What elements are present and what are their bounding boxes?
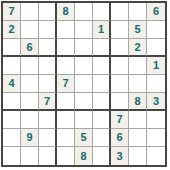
- cell-r8c5[interactable]: 5: [75, 129, 93, 147]
- cell-r7c5[interactable]: [75, 111, 93, 129]
- cell-r1c9[interactable]: 6: [147, 3, 165, 21]
- cell-r8c1[interactable]: [3, 129, 21, 147]
- cell-r6c9[interactable]: 3: [147, 93, 165, 111]
- cell-r5c2[interactable]: [21, 75, 39, 93]
- cell-r4c5[interactable]: [75, 57, 93, 75]
- cell-r6c3[interactable]: 7: [39, 93, 57, 111]
- cell-r4c2[interactable]: [21, 57, 39, 75]
- cell-r6c2[interactable]: [21, 93, 39, 111]
- cell-r2c8[interactable]: 5: [129, 21, 147, 39]
- cell-r8c6[interactable]: [93, 129, 111, 147]
- cell-r8c9[interactable]: [147, 129, 165, 147]
- cell-r1c5[interactable]: [75, 3, 93, 21]
- cell-r7c6[interactable]: [93, 111, 111, 129]
- cell-r4c8[interactable]: [129, 57, 147, 75]
- cell-r2c7[interactable]: [111, 21, 129, 39]
- cell-r4c6[interactable]: [93, 57, 111, 75]
- cell-r9c3[interactable]: [39, 147, 57, 165]
- cell-r7c1[interactable]: [3, 111, 21, 129]
- cell-r9c9[interactable]: [147, 147, 165, 165]
- cell-r4c3[interactable]: [39, 57, 57, 75]
- cell-r7c2[interactable]: [21, 111, 39, 129]
- sudoku-board: 78621562147783795683: [1, 1, 167, 167]
- cell-r8c2[interactable]: 9: [21, 129, 39, 147]
- cell-r9c5[interactable]: 8: [75, 147, 93, 165]
- cell-r8c7[interactable]: 6: [111, 129, 129, 147]
- cell-r6c6[interactable]: [93, 93, 111, 111]
- cell-r7c7[interactable]: 7: [111, 111, 129, 129]
- cell-r2c3[interactable]: [39, 21, 57, 39]
- cell-r3c8[interactable]: 2: [129, 39, 147, 57]
- cell-r3c2[interactable]: 6: [21, 39, 39, 57]
- cell-r6c1[interactable]: [3, 93, 21, 111]
- cell-r2c6[interactable]: 1: [93, 21, 111, 39]
- cell-r8c8[interactable]: [129, 129, 147, 147]
- cell-r9c1[interactable]: [3, 147, 21, 165]
- cell-r5c5[interactable]: [75, 75, 93, 93]
- cell-r2c2[interactable]: [21, 21, 39, 39]
- cell-r7c9[interactable]: [147, 111, 165, 129]
- cell-r9c7[interactable]: 3: [111, 147, 129, 165]
- cell-r1c7[interactable]: [111, 3, 129, 21]
- cell-r3c9[interactable]: [147, 39, 165, 57]
- cell-r5c8[interactable]: [129, 75, 147, 93]
- cell-r6c5[interactable]: [75, 93, 93, 111]
- cell-r4c4[interactable]: [57, 57, 75, 75]
- cell-r9c8[interactable]: [129, 147, 147, 165]
- cell-r5c1[interactable]: 4: [3, 75, 21, 93]
- cell-r3c4[interactable]: [57, 39, 75, 57]
- cell-r6c4[interactable]: [57, 93, 75, 111]
- cell-r9c6[interactable]: [93, 147, 111, 165]
- cell-r5c6[interactable]: [93, 75, 111, 93]
- cell-r4c1[interactable]: [3, 57, 21, 75]
- cell-r1c1[interactable]: 7: [3, 3, 21, 21]
- cell-r5c3[interactable]: [39, 75, 57, 93]
- cell-r2c5[interactable]: [75, 21, 93, 39]
- cell-r9c2[interactable]: [21, 147, 39, 165]
- cell-r1c3[interactable]: [39, 3, 57, 21]
- cell-r3c7[interactable]: [111, 39, 129, 57]
- cell-r6c8[interactable]: 8: [129, 93, 147, 111]
- cell-r1c2[interactable]: [21, 3, 39, 21]
- cell-r1c8[interactable]: [129, 3, 147, 21]
- cell-r8c4[interactable]: [57, 129, 75, 147]
- cell-r3c1[interactable]: [3, 39, 21, 57]
- cell-r3c3[interactable]: [39, 39, 57, 57]
- cell-r5c4[interactable]: 7: [57, 75, 75, 93]
- cell-r4c9[interactable]: 1: [147, 57, 165, 75]
- cell-r2c9[interactable]: [147, 21, 165, 39]
- cell-r5c7[interactable]: [111, 75, 129, 93]
- cell-r3c6[interactable]: [93, 39, 111, 57]
- cell-r3c5[interactable]: [75, 39, 93, 57]
- cell-r1c4[interactable]: 8: [57, 3, 75, 21]
- cell-r2c4[interactable]: [57, 21, 75, 39]
- cell-r7c8[interactable]: [129, 111, 147, 129]
- cell-r8c3[interactable]: [39, 129, 57, 147]
- cell-r5c9[interactable]: [147, 75, 165, 93]
- cell-r9c4[interactable]: [57, 147, 75, 165]
- cell-r6c7[interactable]: [111, 93, 129, 111]
- cell-r7c4[interactable]: [57, 111, 75, 129]
- cell-r1c6[interactable]: [93, 3, 111, 21]
- cell-r7c3[interactable]: [39, 111, 57, 129]
- cell-r2c1[interactable]: 2: [3, 21, 21, 39]
- cell-r4c7[interactable]: [111, 57, 129, 75]
